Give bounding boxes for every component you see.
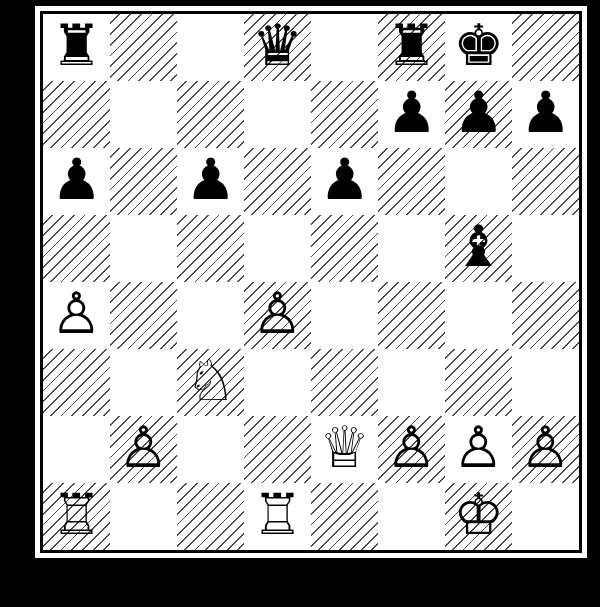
black-queen: ♛ bbox=[252, 17, 303, 74]
square-d2[interactable] bbox=[244, 416, 311, 483]
white-pawn: ♙ bbox=[520, 419, 571, 476]
square-a7[interactable] bbox=[43, 81, 110, 148]
square-c7[interactable] bbox=[177, 81, 244, 148]
square-e5[interactable] bbox=[311, 215, 378, 282]
white-pawn: ♙ bbox=[386, 419, 437, 476]
board-frame: ♜♛♜♚♟︎♟︎♟︎♟︎♟︎♟︎♝♙♙♘♙♕♙♙♙♖♖♔ bbox=[35, 6, 587, 558]
square-c3[interactable]: ♘ bbox=[177, 349, 244, 416]
square-b8[interactable] bbox=[110, 14, 177, 81]
square-b4[interactable] bbox=[110, 282, 177, 349]
square-h7[interactable]: ♟︎ bbox=[512, 81, 579, 148]
square-a1[interactable]: ♖ bbox=[43, 483, 110, 550]
square-c6[interactable]: ♟︎ bbox=[177, 148, 244, 215]
white-king: ♔ bbox=[453, 486, 504, 543]
square-g5[interactable]: ♝ bbox=[445, 215, 512, 282]
white-queen: ♕ bbox=[319, 419, 370, 476]
black-bishop: ♝ bbox=[453, 218, 504, 275]
square-g7[interactable]: ♟︎ bbox=[445, 81, 512, 148]
white-pawn: ♙ bbox=[453, 419, 504, 476]
square-g1[interactable]: ♔ bbox=[445, 483, 512, 550]
square-e8[interactable] bbox=[311, 14, 378, 81]
square-a8[interactable]: ♜ bbox=[43, 14, 110, 81]
black-rook: ♜ bbox=[386, 17, 437, 74]
square-f1[interactable] bbox=[378, 483, 445, 550]
square-c2[interactable] bbox=[177, 416, 244, 483]
square-e3[interactable] bbox=[311, 349, 378, 416]
square-d4[interactable]: ♙ bbox=[244, 282, 311, 349]
square-b1[interactable] bbox=[110, 483, 177, 550]
square-h2[interactable]: ♙ bbox=[512, 416, 579, 483]
white-pawn: ♙ bbox=[51, 285, 102, 342]
black-pawn: ♟︎ bbox=[520, 84, 571, 141]
black-pawn: ♟︎ bbox=[319, 151, 370, 208]
black-king: ♚ bbox=[453, 17, 504, 74]
square-a6[interactable]: ♟︎ bbox=[43, 148, 110, 215]
square-f5[interactable] bbox=[378, 215, 445, 282]
square-e6[interactable]: ♟︎ bbox=[311, 148, 378, 215]
square-f3[interactable] bbox=[378, 349, 445, 416]
square-d3[interactable] bbox=[244, 349, 311, 416]
square-a2[interactable] bbox=[43, 416, 110, 483]
square-a4[interactable]: ♙ bbox=[43, 282, 110, 349]
square-c1[interactable] bbox=[177, 483, 244, 550]
square-a3[interactable] bbox=[43, 349, 110, 416]
square-d1[interactable]: ♖ bbox=[244, 483, 311, 550]
square-e1[interactable] bbox=[311, 483, 378, 550]
square-b6[interactable] bbox=[110, 148, 177, 215]
square-h3[interactable] bbox=[512, 349, 579, 416]
black-pawn: ♟︎ bbox=[386, 84, 437, 141]
square-c4[interactable] bbox=[177, 282, 244, 349]
white-pawn: ♙ bbox=[252, 285, 303, 342]
square-h4[interactable] bbox=[512, 282, 579, 349]
square-b3[interactable] bbox=[110, 349, 177, 416]
square-f2[interactable]: ♙ bbox=[378, 416, 445, 483]
square-f7[interactable]: ♟︎ bbox=[378, 81, 445, 148]
square-g6[interactable] bbox=[445, 148, 512, 215]
square-e4[interactable] bbox=[311, 282, 378, 349]
chess-board: ♜♛♜♚♟︎♟︎♟︎♟︎♟︎♟︎♝♙♙♘♙♕♙♙♙♖♖♔ bbox=[43, 14, 579, 550]
white-knight: ♘ bbox=[185, 352, 236, 409]
square-h1[interactable] bbox=[512, 483, 579, 550]
board-border: ♜♛♜♚♟︎♟︎♟︎♟︎♟︎♟︎♝♙♙♘♙♕♙♙♙♖♖♔ bbox=[40, 11, 582, 553]
square-b5[interactable] bbox=[110, 215, 177, 282]
black-rook: ♜ bbox=[51, 17, 102, 74]
white-pawn: ♙ bbox=[118, 419, 169, 476]
square-c8[interactable] bbox=[177, 14, 244, 81]
square-d8[interactable]: ♛ bbox=[244, 14, 311, 81]
square-d6[interactable] bbox=[244, 148, 311, 215]
white-rook: ♖ bbox=[252, 486, 303, 543]
square-f8[interactable]: ♜ bbox=[378, 14, 445, 81]
square-c5[interactable] bbox=[177, 215, 244, 282]
square-h5[interactable] bbox=[512, 215, 579, 282]
black-pawn: ♟︎ bbox=[185, 151, 236, 208]
square-a5[interactable] bbox=[43, 215, 110, 282]
square-h8[interactable] bbox=[512, 14, 579, 81]
square-e2[interactable]: ♕ bbox=[311, 416, 378, 483]
square-g4[interactable] bbox=[445, 282, 512, 349]
square-f6[interactable] bbox=[378, 148, 445, 215]
white-rook: ♖ bbox=[51, 486, 102, 543]
square-f4[interactable] bbox=[378, 282, 445, 349]
square-e7[interactable] bbox=[311, 81, 378, 148]
square-g3[interactable] bbox=[445, 349, 512, 416]
black-pawn: ♟︎ bbox=[51, 151, 102, 208]
square-g2[interactable]: ♙ bbox=[445, 416, 512, 483]
square-b2[interactable]: ♙ bbox=[110, 416, 177, 483]
black-pawn: ♟︎ bbox=[453, 84, 504, 141]
square-g8[interactable]: ♚ bbox=[445, 14, 512, 81]
square-d5[interactable] bbox=[244, 215, 311, 282]
square-d7[interactable] bbox=[244, 81, 311, 148]
square-b7[interactable] bbox=[110, 81, 177, 148]
square-h6[interactable] bbox=[512, 148, 579, 215]
